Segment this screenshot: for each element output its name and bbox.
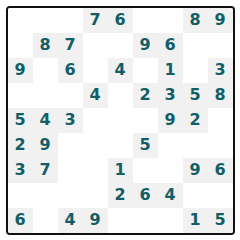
sudoku-cell-r8c9[interactable] [208, 183, 233, 209]
sudoku-cell-r9c3: 4 [58, 208, 85, 233]
sudoku-cell-r5c2: 4 [33, 108, 59, 134]
sudoku-cell-r3c2[interactable] [33, 58, 59, 85]
sudoku-cell-r7c9: 6 [208, 158, 233, 184]
sudoku-cell-r6c3[interactable] [58, 133, 85, 160]
sudoku-cell-r1c6[interactable] [133, 8, 160, 34]
sudoku-cell-r2c7: 6 [158, 33, 184, 59]
sudoku-cell-r4c6: 2 [133, 83, 160, 109]
sudoku-cell-r9c5[interactable] [108, 208, 134, 233]
sudoku-cell-r1c2[interactable] [33, 8, 59, 34]
sudoku-cell-r6c7[interactable] [158, 133, 184, 160]
sudoku-cell-r1c9: 9 [208, 8, 233, 34]
sudoku-cell-r8c3[interactable] [58, 183, 85, 209]
sudoku-cell-r4c8: 5 [183, 83, 209, 109]
sudoku-cell-r8c2[interactable] [33, 183, 59, 209]
sudoku-cell-r6c2: 9 [33, 133, 59, 160]
sudoku-cell-r4c7: 3 [158, 83, 184, 109]
sudoku-cell-r5c1: 5 [8, 108, 34, 134]
sudoku-cell-r4c5[interactable] [108, 83, 134, 109]
sudoku-cell-r7c1: 3 [8, 158, 34, 184]
sudoku-cell-r9c6[interactable] [133, 208, 160, 233]
sudoku-cell-r3c4[interactable] [83, 58, 109, 85]
sudoku-cell-r5c6[interactable] [133, 108, 160, 134]
sudoku-cell-r4c4: 4 [83, 83, 109, 109]
sudoku-cell-r3c3: 6 [58, 58, 85, 85]
sudoku-cell-r3c9: 3 [208, 58, 233, 85]
sudoku-cell-r3c5: 4 [108, 58, 134, 85]
sudoku-cell-r9c9: 5 [208, 208, 233, 233]
sudoku-cell-r8c6: 6 [133, 183, 160, 209]
sudoku-cell-r6c9[interactable] [208, 133, 233, 160]
sudoku-cell-r9c8: 1 [183, 208, 209, 233]
sudoku-cell-r2c3: 7 [58, 33, 85, 59]
sudoku-cell-r6c5[interactable] [108, 133, 134, 160]
sudoku-cell-r4c1[interactable] [8, 83, 34, 109]
sudoku-cell-r7c4[interactable] [83, 158, 109, 184]
sudoku-cell-r6c6: 5 [133, 133, 160, 160]
sudoku-cell-r2c6: 9 [133, 33, 160, 59]
sudoku-cell-r8c7: 4 [158, 183, 184, 209]
sudoku-cell-r3c6[interactable] [133, 58, 160, 85]
sudoku-cell-r4c2[interactable] [33, 83, 59, 109]
sudoku-cell-r7c2: 7 [33, 158, 59, 184]
sudoku-cell-r5c3: 3 [58, 108, 85, 134]
sudoku-cell-r5c9[interactable] [208, 108, 233, 134]
sudoku-cell-r2c9[interactable] [208, 33, 233, 59]
sudoku-cell-r4c3[interactable] [58, 83, 85, 109]
sudoku-cell-r8c1[interactable] [8, 183, 34, 209]
sudoku-cell-r2c4[interactable] [83, 33, 109, 59]
sudoku-cell-r9c1: 6 [8, 208, 34, 233]
sudoku-cell-r6c4[interactable] [83, 133, 109, 160]
sudoku-cell-r2c1[interactable] [8, 33, 34, 59]
sudoku-cell-r8c8[interactable] [183, 183, 209, 209]
sudoku-cell-r8c4[interactable] [83, 183, 109, 209]
sudoku-cell-r9c7[interactable] [158, 208, 184, 233]
sudoku-cell-r5c7: 9 [158, 108, 184, 134]
sudoku-cell-r7c6[interactable] [133, 158, 160, 184]
sudoku-cell-r3c1: 9 [8, 58, 34, 85]
sudoku-cell-r7c5: 1 [108, 158, 134, 184]
sudoku-cell-r5c8: 2 [183, 108, 209, 134]
sudoku-cell-r7c8: 9 [183, 158, 209, 184]
sudoku-cell-r9c2[interactable] [33, 208, 59, 233]
sudoku-cell-r6c8[interactable] [183, 133, 209, 160]
sudoku-cell-r1c5: 6 [108, 8, 134, 34]
sudoku-cell-r2c5[interactable] [108, 33, 134, 59]
sudoku-cell-r6c1: 2 [8, 133, 34, 160]
sudoku-cell-r8c5: 2 [108, 183, 134, 209]
sudoku-cell-r7c7[interactable] [158, 158, 184, 184]
sudoku-cell-r3c8[interactable] [183, 58, 209, 85]
sudoku-cell-r1c3[interactable] [58, 8, 85, 34]
sudoku-cell-r2c2: 8 [33, 33, 59, 59]
sudoku-cell-r1c8: 8 [183, 8, 209, 34]
sudoku-cell-r3c7: 1 [158, 58, 184, 85]
sudoku-cell-r1c4: 7 [83, 8, 109, 34]
sudoku-cell-r2c8[interactable] [183, 33, 209, 59]
sudoku-board: 768987969641342358543922953719626464915 [6, 6, 235, 235]
sudoku-cell-r1c1[interactable] [8, 8, 34, 34]
sudoku-cell-r7c3[interactable] [58, 158, 85, 184]
sudoku-cell-r5c5[interactable] [108, 108, 134, 134]
sudoku-cell-r5c4[interactable] [83, 108, 109, 134]
sudoku-cell-r1c7[interactable] [158, 8, 184, 34]
sudoku-cell-r9c4: 9 [83, 208, 109, 233]
sudoku-cell-r4c9: 8 [208, 83, 233, 109]
